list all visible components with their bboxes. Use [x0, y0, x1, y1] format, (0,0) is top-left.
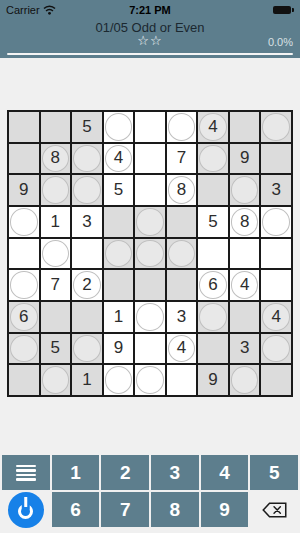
cell-r1c9[interactable] [261, 112, 291, 142]
cell-r1c5[interactable] [135, 112, 165, 142]
cell-r8c7[interactable] [198, 334, 228, 364]
even-circle-icon [136, 240, 164, 268]
cell-r6c3[interactable]: 2 [72, 270, 102, 300]
even-circle-icon [168, 113, 196, 141]
progress-percent: 0.0% [268, 36, 293, 48]
cell-r2c3[interactable] [72, 144, 102, 174]
cell-digit: 7 [51, 275, 60, 295]
cell-r4c6[interactable] [167, 207, 197, 237]
cell-r8c8[interactable]: 3 [230, 334, 260, 364]
cell-r9c2[interactable] [41, 365, 71, 395]
cell-r1c6[interactable] [167, 112, 197, 142]
cell-r3c9[interactable]: 3 [261, 175, 291, 205]
cell-digit: 4 [271, 307, 280, 327]
cell-r1c2[interactable] [41, 112, 71, 142]
even-circle-icon [136, 366, 164, 394]
cell-r9c4[interactable] [104, 365, 134, 395]
cell-digit: 8 [177, 180, 186, 200]
key-1[interactable]: 1 [52, 455, 100, 490]
cell-r9c1[interactable] [9, 365, 39, 395]
cell-r4c5[interactable] [135, 207, 165, 237]
cell-r9c7[interactable]: 9 [198, 365, 228, 395]
even-circle-icon [10, 335, 38, 363]
cell-r4c9[interactable] [261, 207, 291, 237]
even-circle-icon [73, 176, 101, 204]
cell-r7c1[interactable]: 6 [9, 302, 39, 332]
cell-r9c8[interactable] [230, 365, 260, 395]
even-circle-icon [42, 240, 70, 268]
cell-r1c4[interactable] [104, 112, 134, 142]
cell-r4c4[interactable] [104, 207, 134, 237]
even-circle-icon [168, 240, 196, 268]
cell-r8c6[interactable]: 4 [167, 334, 197, 364]
power-button[interactable] [2, 492, 50, 527]
even-circle-icon [42, 176, 70, 204]
even-circle-icon [105, 240, 133, 268]
even-circle-icon [231, 176, 259, 204]
cell-r3c1[interactable]: 9 [9, 175, 39, 205]
cell-r9c5[interactable] [135, 365, 165, 395]
cell-r3c5[interactable] [135, 175, 165, 205]
cell-r6c6[interactable] [167, 270, 197, 300]
key-7[interactable]: 7 [101, 492, 149, 527]
cell-r1c3[interactable]: 5 [72, 112, 102, 142]
even-circle-icon [10, 208, 38, 236]
cell-r6c9[interactable] [261, 270, 291, 300]
cell-r7c4[interactable]: 1 [104, 302, 134, 332]
cell-r8c9[interactable] [261, 334, 291, 364]
key-8[interactable]: 8 [151, 492, 199, 527]
cell-r7c9[interactable]: 4 [261, 302, 291, 332]
even-circle-icon [262, 335, 290, 363]
menu-button[interactable] [2, 455, 50, 490]
cell-r8c3[interactable] [72, 334, 102, 364]
cell-r4c1[interactable] [9, 207, 39, 237]
cell-r3c3[interactable] [72, 175, 102, 205]
cell-digit: 6 [208, 275, 217, 295]
even-circle-icon [42, 366, 70, 394]
cell-digit: 4 [208, 117, 217, 137]
cell-r2c7[interactable] [198, 144, 228, 174]
cell-r2c1[interactable] [9, 144, 39, 174]
cell-digit: 2 [82, 275, 91, 295]
even-circle-icon [73, 335, 101, 363]
keypad: 1 2 3 4 5 6 7 8 9 [2, 455, 298, 527]
cell-r2c5[interactable] [135, 144, 165, 174]
cell-digit: 1 [82, 370, 91, 390]
cell-r8c1[interactable] [9, 334, 39, 364]
even-circle-icon [262, 208, 290, 236]
battery-icon [273, 6, 294, 14]
backspace-icon [261, 501, 288, 519]
cell-r7c3[interactable] [72, 302, 102, 332]
even-circle-icon [199, 145, 227, 173]
cell-r2c9[interactable] [261, 144, 291, 174]
cell-r3c4[interactable]: 5 [104, 175, 134, 205]
cell-r3c6[interactable]: 8 [167, 175, 197, 205]
key-4[interactable]: 4 [201, 455, 249, 490]
cell-digit: 3 [240, 338, 249, 358]
cell-digit: 6 [19, 307, 28, 327]
cell-r4c8[interactable]: 8 [230, 207, 260, 237]
cell-r7c8[interactable] [230, 302, 260, 332]
cell-r5c2[interactable] [41, 239, 71, 269]
cell-r4c2[interactable]: 1 [41, 207, 71, 237]
cell-digit: 1 [51, 212, 60, 232]
cell-r9c9[interactable] [261, 365, 291, 395]
status-time: 7:21 PM [0, 4, 300, 16]
cell-r8c4[interactable]: 9 [104, 334, 134, 364]
cell-digit: 9 [208, 370, 217, 390]
cell-r7c6[interactable]: 3 [167, 302, 197, 332]
cell-digit: 4 [177, 338, 186, 358]
cell-r4c3[interactable]: 3 [72, 207, 102, 237]
cell-digit: 7 [177, 148, 186, 168]
cell-digit: 5 [208, 212, 217, 232]
cell-digit: 9 [19, 180, 28, 200]
cell-r8c5[interactable] [135, 334, 165, 364]
even-circle-icon [231, 366, 259, 394]
cell-r8c2[interactable]: 5 [41, 334, 71, 364]
backspace-button[interactable] [250, 492, 298, 527]
cell-digit: 9 [114, 338, 123, 358]
cell-r2c8[interactable]: 9 [230, 144, 260, 174]
cell-digit: 3 [82, 212, 91, 232]
cell-digit: 5 [82, 117, 91, 137]
cell-r5c1[interactable] [9, 239, 39, 269]
cell-digit: 5 [114, 180, 123, 200]
cell-digit: 5 [51, 338, 60, 358]
cell-r1c1[interactable] [9, 112, 39, 142]
cell-r5c7[interactable] [198, 239, 228, 269]
cell-digit: 3 [177, 307, 186, 327]
cell-r6c2[interactable]: 7 [41, 270, 71, 300]
cell-r6c5[interactable] [135, 270, 165, 300]
key-3[interactable]: 3 [151, 455, 199, 490]
progress-bar [7, 53, 293, 55]
cell-r1c8[interactable] [230, 112, 260, 142]
cell-r5c8[interactable] [230, 239, 260, 269]
cell-r9c6[interactable] [167, 365, 197, 395]
cell-r2c6[interactable]: 7 [167, 144, 197, 174]
cell-digit: 3 [271, 180, 280, 200]
cell-r6c1[interactable] [9, 270, 39, 300]
cell-r7c5[interactable] [135, 302, 165, 332]
cell-digit: 1 [114, 307, 123, 327]
even-circle-icon [136, 208, 164, 236]
difficulty-stars: ☆☆ [0, 33, 300, 48]
even-circle-icon [262, 113, 290, 141]
cell-r4c7[interactable]: 5 [198, 207, 228, 237]
cell-r5c9[interactable] [261, 239, 291, 269]
cell-r5c4[interactable] [104, 239, 134, 269]
cell-digit: 9 [240, 148, 249, 168]
cell-r3c8[interactable] [230, 175, 260, 205]
even-circle-icon [73, 145, 101, 173]
sudoku-board: 5484799583135872646134594319 [7, 110, 293, 397]
even-circle-icon [136, 303, 164, 331]
key-6[interactable]: 6 [52, 492, 100, 527]
cell-r7c7[interactable] [198, 302, 228, 332]
cell-r6c4[interactable] [104, 270, 134, 300]
header: 7:21 PM Carrier 01/05 Odd or Even ☆☆ 0.0… [0, 0, 300, 58]
cell-r3c2[interactable] [41, 175, 71, 205]
key-2[interactable]: 2 [101, 455, 149, 490]
cell-digit: 4 [114, 148, 123, 168]
cell-r5c5[interactable] [135, 239, 165, 269]
key-5[interactable]: 5 [250, 455, 298, 490]
hamburger-menu-icon [16, 465, 36, 481]
even-circle-icon [199, 303, 227, 331]
key-9[interactable]: 9 [201, 492, 249, 527]
power-icon [8, 492, 44, 528]
cell-r5c6[interactable] [167, 239, 197, 269]
even-circle-icon [10, 271, 38, 299]
cell-digit: 8 [240, 212, 249, 232]
status-bar: 7:21 PM Carrier [0, 0, 300, 18]
cell-r6c7[interactable]: 6 [198, 270, 228, 300]
cell-r7c2[interactable] [41, 302, 71, 332]
even-circle-icon [105, 366, 133, 394]
even-circle-icon [105, 113, 133, 141]
cell-digit: 4 [240, 275, 249, 295]
cell-r6c8[interactable]: 4 [230, 270, 260, 300]
cell-digit: 8 [51, 148, 60, 168]
cell-r9c3[interactable]: 1 [72, 365, 102, 395]
cell-r2c4[interactable]: 4 [104, 144, 134, 174]
cell-r1c7[interactable]: 4 [198, 112, 228, 142]
cell-r3c7[interactable] [198, 175, 228, 205]
cell-r5c3[interactable] [72, 239, 102, 269]
cell-r2c2[interactable]: 8 [41, 144, 71, 174]
